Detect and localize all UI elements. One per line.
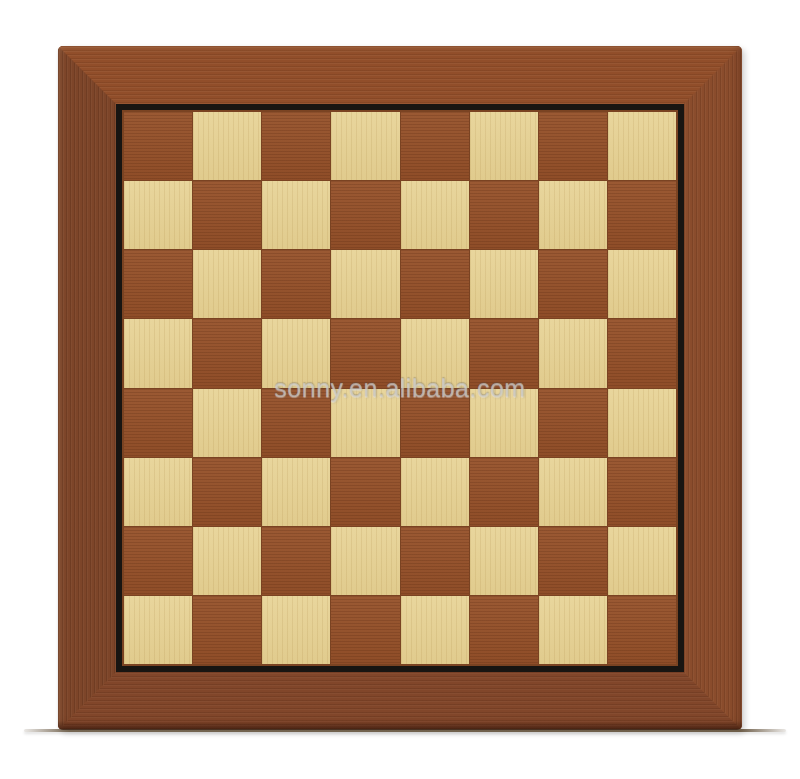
square-d2 (331, 527, 399, 595)
square-e3 (401, 458, 469, 526)
square-a6 (124, 250, 192, 318)
square-h4 (608, 389, 676, 457)
square-g1 (539, 596, 607, 664)
square-e8 (401, 112, 469, 180)
square-d3 (331, 458, 399, 526)
square-e1 (401, 596, 469, 664)
square-a2 (124, 527, 192, 595)
square-f5 (470, 319, 538, 387)
square-e5 (401, 319, 469, 387)
square-g3 (539, 458, 607, 526)
board-frame-top (58, 46, 742, 104)
square-g8 (539, 112, 607, 180)
square-a8 (124, 112, 192, 180)
square-d1 (331, 596, 399, 664)
square-a5 (124, 319, 192, 387)
square-h5 (608, 319, 676, 387)
square-e4 (401, 389, 469, 457)
square-b2 (193, 527, 261, 595)
square-d5 (331, 319, 399, 387)
square-b3 (193, 458, 261, 526)
square-f6 (470, 250, 538, 318)
square-g2 (539, 527, 607, 595)
surface-edge-line (24, 729, 786, 732)
playing-area (116, 104, 684, 672)
square-b1 (193, 596, 261, 664)
square-f8 (470, 112, 538, 180)
square-c4 (262, 389, 330, 457)
square-c3 (262, 458, 330, 526)
square-a4 (124, 389, 192, 457)
square-h3 (608, 458, 676, 526)
board-frame-right (684, 46, 742, 730)
square-f1 (470, 596, 538, 664)
square-h6 (608, 250, 676, 318)
square-b8 (193, 112, 261, 180)
square-f4 (470, 389, 538, 457)
square-e6 (401, 250, 469, 318)
square-a3 (124, 458, 192, 526)
square-d6 (331, 250, 399, 318)
square-d4 (331, 389, 399, 457)
square-a7 (124, 181, 192, 249)
square-e7 (401, 181, 469, 249)
square-h1 (608, 596, 676, 664)
product-photo: sonny.en.alibaba.com (0, 0, 800, 779)
square-b4 (193, 389, 261, 457)
square-b6 (193, 250, 261, 318)
square-e2 (401, 527, 469, 595)
square-c5 (262, 319, 330, 387)
square-c6 (262, 250, 330, 318)
square-g6 (539, 250, 607, 318)
square-c2 (262, 527, 330, 595)
chess-board (58, 46, 742, 730)
square-c8 (262, 112, 330, 180)
square-b7 (193, 181, 261, 249)
square-g4 (539, 389, 607, 457)
square-c1 (262, 596, 330, 664)
square-b5 (193, 319, 261, 387)
square-f2 (470, 527, 538, 595)
square-c7 (262, 181, 330, 249)
square-d8 (331, 112, 399, 180)
square-h2 (608, 527, 676, 595)
square-f7 (470, 181, 538, 249)
board-frame-bottom (58, 672, 742, 730)
square-a1 (124, 596, 192, 664)
square-d7 (331, 181, 399, 249)
square-g5 (539, 319, 607, 387)
square-f3 (470, 458, 538, 526)
square-h7 (608, 181, 676, 249)
square-g7 (539, 181, 607, 249)
board-grid (124, 112, 676, 664)
board-frame-left (58, 46, 116, 730)
square-h8 (608, 112, 676, 180)
